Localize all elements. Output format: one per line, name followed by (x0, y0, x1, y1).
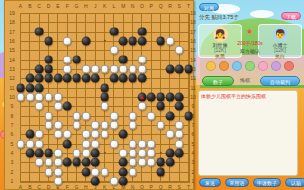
black-stone-R13 (166, 65, 175, 74)
black-stone-Q9 (156, 102, 165, 111)
rule-info-text: 分先 贴目3.75子 (199, 14, 239, 21)
coord-label-col: P (150, 184, 153, 189)
coord-label-row: 3 (192, 160, 195, 165)
white-stone-O4 (138, 149, 147, 158)
black-stone-C17 (35, 27, 44, 36)
coord-label-row: 7 (192, 123, 195, 128)
white-stone-L7 (109, 121, 118, 130)
white-stone-B5 (25, 139, 34, 148)
coord-label-col: O (140, 3, 144, 8)
black-stone-D12 (44, 74, 53, 83)
laugh-emoji-icon[interactable] (219, 61, 229, 71)
wink-emoji-icon[interactable] (232, 61, 242, 71)
black-stone-O17 (138, 27, 147, 36)
coord-label-row: 15 (9, 48, 15, 53)
coord-label-row: 18 (190, 20, 196, 25)
coord-label-row: 5 (192, 141, 195, 146)
coord-label-col: K (103, 3, 106, 8)
coord-label-col: L (113, 3, 116, 8)
download-button[interactable]: 下载 (281, 12, 301, 20)
coord-label-row: 6 (192, 132, 195, 137)
coord-label-row: 19 (190, 11, 196, 16)
coord-label-row: 9 (11, 104, 14, 109)
white-stone-S7 (175, 121, 184, 130)
coord-label-col: M (121, 3, 125, 8)
white-stone-G8 (72, 111, 81, 120)
coord-label-col: S (178, 3, 181, 8)
black-stone-D13 (44, 65, 53, 74)
black-stone-M1 (119, 177, 128, 186)
black-stone-M6 (119, 130, 128, 139)
coord-label-col: R (168, 184, 172, 189)
coord-label-col: G (75, 3, 79, 8)
white-stone-P8 (147, 111, 156, 120)
white-stone-E7 (53, 121, 62, 130)
go-board[interactable]: AABBCCDDEEFFGGHHJJKKLLMMNNOOPPQQRRSSTT19… (4, 0, 194, 190)
black-stone-M2 (119, 167, 128, 176)
black-stone-D4 (44, 149, 53, 158)
black-stone-D14 (44, 55, 53, 64)
white-stone-D10 (44, 93, 53, 102)
white-stone-P3 (147, 158, 156, 167)
black-stone-S10 (175, 93, 184, 102)
coord-label-row: 1 (11, 179, 14, 184)
white-stone-G7 (72, 121, 81, 130)
black-stone-R4 (166, 149, 175, 158)
coord-label-row: 8 (11, 113, 14, 118)
coord-label-col: R (168, 3, 172, 8)
black-stone-Q16 (156, 37, 165, 46)
white-stone-O3 (138, 158, 147, 167)
auto-judge-button[interactable]: 自动裁判 (260, 76, 300, 86)
angry-emoji-icon[interactable] (284, 61, 294, 71)
black-stone-E12 (53, 74, 62, 83)
white-stone-D7 (44, 121, 53, 130)
vs-star-icon: ★ (246, 27, 253, 36)
coord-label-row: 10 (190, 95, 196, 100)
white-stone-C10 (35, 93, 44, 102)
white-stone-J6 (91, 130, 100, 139)
coord-label-col: D (47, 184, 51, 189)
white-stone-D3 (44, 158, 53, 167)
black-stone-B6 (25, 130, 34, 139)
black-stone-Q2 (156, 167, 165, 176)
black-stone-M16 (119, 37, 128, 46)
surprise-emoji-icon[interactable] (258, 61, 268, 71)
coord-label-col: F (66, 184, 69, 189)
white-stone-S5 (175, 139, 184, 148)
black-stone-T8 (184, 111, 193, 120)
coord-label-col: O (140, 184, 144, 189)
black-stone-O16 (138, 37, 147, 46)
go-app-window: AABBCCDDEEFFGGHHJJKKLLMMNNOOPPQQRRSSTT19… (0, 0, 304, 190)
white-stone-K6 (100, 130, 109, 139)
white-stone-E6 (53, 130, 62, 139)
white-stone-F16 (63, 37, 72, 46)
black-stone-C11 (35, 83, 44, 92)
game-tab-button[interactable]: 对局 (199, 3, 219, 11)
white-stone-L1 (109, 177, 118, 186)
coord-label-col: Q (159, 184, 163, 189)
white-stone-N8 (128, 111, 137, 120)
white-stone-S6 (175, 130, 184, 139)
white-stone-N7 (128, 121, 137, 130)
white-stone-O13 (138, 65, 147, 74)
cool-emoji-icon[interactable] (245, 61, 255, 71)
black-stone-B12 (25, 74, 34, 83)
white-stone-N5 (128, 139, 137, 148)
coord-label-col: K (103, 184, 106, 189)
white-stone-E4 (53, 149, 62, 158)
black-stone-D16 (44, 37, 53, 46)
coord-label-col: E (56, 3, 59, 8)
black-stone-H2 (81, 167, 90, 176)
white-stone-J5 (91, 139, 100, 148)
black-stone-N12 (128, 74, 137, 83)
coord-label-row: 1 (192, 179, 195, 184)
white-stone-P5 (147, 139, 156, 148)
white-stone-S15 (175, 46, 184, 55)
white-stone-P4 (147, 149, 156, 158)
black-stone-C12 (35, 74, 44, 83)
black-stone-Q10 (156, 93, 165, 102)
coord-label-row: 14 (9, 57, 15, 62)
bottom-button-4[interactable]: 认输 (285, 178, 304, 187)
coord-label-col: Q (159, 3, 163, 8)
coord-label-col: P (150, 3, 153, 8)
black-stone-M14 (119, 55, 128, 64)
coord-label-row: 17 (190, 29, 196, 34)
coord-label-row: 4 (11, 151, 14, 156)
white-stone-E9 (53, 102, 62, 111)
black-stone-G12 (72, 74, 81, 83)
white-stone-J2 (91, 167, 100, 176)
white-stone-H8 (81, 111, 90, 120)
last-move-marker-icon (140, 95, 144, 99)
coord-label-row: 2 (192, 169, 195, 174)
white-stone-F6 (63, 130, 72, 139)
white-stone-J7 (91, 121, 100, 130)
coord-label-row: 12 (9, 76, 15, 81)
white-stone-O14 (138, 55, 147, 64)
coord-label-col: G (75, 184, 79, 189)
white-stone-E10 (53, 93, 62, 102)
white-stone-H4 (81, 149, 90, 158)
coord-label-col: F (66, 3, 69, 8)
coord-label-col: A (19, 184, 22, 189)
black-stone-F3 (63, 158, 72, 167)
coord-label-col: S (178, 184, 181, 189)
black-stone-S13 (175, 65, 184, 74)
smile-emoji-icon[interactable] (206, 61, 216, 71)
game-info-panel: 对局 下载 分先 贴目3.75子 👧 刘世振 [12K] 执黑 👦 小博士 [1… (196, 0, 304, 190)
white-stone-L15 (109, 46, 118, 55)
white-stone-R6 (166, 130, 175, 139)
coord-label-row: 16 (9, 39, 15, 44)
white-stone-R16 (166, 37, 175, 46)
coord-label-row: 11 (9, 85, 14, 90)
white-stone-H5 (81, 139, 90, 148)
black-stone-Q3 (156, 158, 165, 167)
confirm-status: 双方确认 (196, 48, 304, 54)
black-stone-H3 (81, 158, 90, 167)
coord-label-row: 18 (9, 20, 15, 25)
white-stone-N13 (128, 65, 137, 74)
white-stone-L13 (109, 65, 118, 74)
coord-label-row: 4 (192, 151, 195, 156)
coord-label-row: 5 (11, 141, 14, 146)
black-stone-S9 (175, 102, 184, 111)
white-stone-L8 (109, 111, 118, 120)
white-stone-N4 (128, 149, 137, 158)
black-stone-S4 (175, 149, 184, 158)
black-stone-F9 (63, 102, 72, 111)
white-stone-C9 (35, 102, 44, 111)
coord-label-row: 10 (9, 95, 15, 100)
black-stone-G3 (72, 158, 81, 167)
black-stone-K10 (100, 93, 109, 102)
black-stone-H16 (81, 37, 90, 46)
coord-label-col: J (94, 3, 97, 8)
black-stone-F5 (63, 139, 72, 148)
coord-label-col: C (37, 184, 41, 189)
coord-label-row: 7 (11, 123, 14, 128)
white-stone-D8 (44, 111, 53, 120)
count-stones-button[interactable]: 数子 (202, 76, 234, 86)
coord-label-row: 2 (11, 169, 14, 174)
coord-label-col: N (131, 184, 135, 189)
black-stone-G14 (72, 55, 81, 64)
white-stone-M4 (119, 149, 128, 158)
white-stone-F14 (63, 55, 72, 64)
black-stone-B4 (25, 149, 34, 158)
white-stone-K2 (100, 167, 109, 176)
white-stone-K9 (100, 102, 109, 111)
white-stone-G4 (72, 149, 81, 158)
coord-label-row: 13 (9, 67, 15, 72)
white-stone-C5 (35, 139, 44, 148)
black-stone-C4 (35, 149, 44, 158)
coord-label-row: 16 (190, 39, 196, 44)
bottom-button-3[interactable]: 申请数子 (253, 178, 281, 187)
white-stone-J13 (91, 65, 100, 74)
move-time-info: 200手/180s (196, 40, 304, 46)
black-stone-J4 (91, 149, 100, 158)
coord-label-row: 3 (11, 160, 14, 165)
coord-label-row: 19 (9, 11, 15, 16)
white-stone-M13 (119, 65, 128, 74)
white-stone-H13 (81, 65, 90, 74)
black-stone-B11 (25, 83, 34, 92)
white-stone-C6 (35, 130, 44, 139)
bottom-button-2[interactable]: 常用语 (225, 178, 249, 187)
white-stone-A5 (16, 139, 25, 148)
white-stone-A10 (16, 93, 25, 102)
white-stone-H6 (81, 130, 90, 139)
black-stone-J3 (91, 158, 100, 167)
black-stone-M12 (119, 74, 128, 83)
black-stone-J12 (91, 74, 100, 83)
black-stone-N16 (128, 37, 137, 46)
black-stone-L17 (109, 27, 118, 36)
black-stone-P10 (147, 93, 156, 102)
white-stone-E1 (53, 177, 62, 186)
coord-label-col: T (187, 3, 190, 8)
white-stone-B10 (25, 93, 34, 102)
chat-message-box[interactable]: 体验少儿围棋平台的快乐围棋 (198, 90, 298, 176)
black-stone-F12 (63, 74, 72, 83)
black-stone-L12 (109, 74, 118, 83)
coord-label-row: 14 (190, 57, 196, 62)
coord-label-row: 6 (11, 132, 14, 137)
black-stone-O12 (138, 74, 147, 83)
coord-label-col: A (19, 3, 22, 8)
white-stone-O9 (138, 102, 147, 111)
coord-label-col: B (28, 184, 31, 189)
white-stone-Q7 (156, 121, 165, 130)
black-stone-T13 (184, 65, 193, 74)
white-stone-C3 (35, 158, 44, 167)
black-stone-M3 (119, 158, 128, 167)
coord-label-row: 17 (9, 29, 15, 34)
undo-link[interactable]: 悔棋 (240, 77, 250, 83)
black-stone-R3 (166, 158, 175, 167)
coord-label-col: N (131, 3, 135, 8)
black-stone-H12 (81, 74, 90, 83)
white-stone-O5 (138, 139, 147, 148)
coord-label-col: T (187, 184, 190, 189)
coord-label-col: D (47, 3, 51, 8)
coord-label-col: H (84, 184, 88, 189)
black-stone-A11 (16, 83, 25, 92)
welcome-message: 体验少儿围棋平台的快乐围棋 (201, 93, 295, 99)
sad-emoji-icon[interactable] (271, 61, 281, 71)
coord-label-row: 15 (190, 48, 196, 53)
white-stone-F13 (63, 65, 72, 74)
white-stone-E2 (53, 167, 62, 176)
coord-label-row: 12 (190, 76, 196, 81)
coord-label-col: H (84, 3, 88, 8)
coord-label-row: 9 (192, 104, 195, 109)
bottom-button-1[interactable]: 发送 (199, 178, 221, 187)
white-stone-K7 (100, 121, 109, 130)
black-stone-R8 (166, 111, 175, 120)
coord-label-col: B (28, 3, 31, 8)
black-stone-K11 (100, 83, 109, 92)
white-stone-L5 (109, 139, 118, 148)
black-stone-C13 (35, 65, 44, 74)
white-stone-E3 (53, 158, 62, 167)
white-stone-N2 (128, 167, 137, 176)
white-stone-D2 (44, 167, 53, 176)
coord-label-row: 11 (190, 85, 195, 90)
black-stone-J1 (91, 177, 100, 186)
coord-label-col: C (37, 3, 41, 8)
white-stone-N3 (128, 158, 137, 167)
black-stone-R10 (166, 93, 175, 102)
white-stone-K13 (100, 65, 109, 74)
